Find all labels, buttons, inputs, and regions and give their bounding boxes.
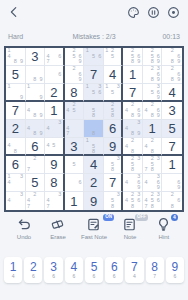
cell-r2c7[interactable]: 1: [123, 66, 143, 84]
cell-r1c2[interactable]: 3: [26, 48, 46, 66]
cell-value: 3: [169, 104, 176, 117]
cell-notes: 1356: [84, 84, 103, 100]
key-digit: 6: [111, 261, 118, 273]
cell-value: 8: [70, 86, 77, 99]
cell-notes: 125: [104, 48, 122, 65]
cell-notes: 47: [65, 120, 84, 137]
cell-notes: 48: [6, 138, 25, 154]
cell-r2c1[interactable]: 5: [6, 66, 26, 84]
cell-r5c7[interactable]: 3489: [123, 120, 143, 138]
cell-r5c3[interactable]: 34: [45, 120, 65, 138]
key-digit: 2: [30, 261, 37, 273]
numpad-key-9[interactable]: 96: [166, 257, 184, 283]
eraser-icon: [50, 217, 65, 232]
cell-r8c7[interactable]: 3469: [123, 174, 143, 192]
cell-value: 7: [12, 104, 19, 117]
hint-label: Hint: [159, 234, 170, 240]
key-remaining-count: 4: [133, 274, 136, 279]
cell-r6c5[interactable]: 158: [84, 138, 104, 156]
erase-button[interactable]: Erase: [47, 217, 69, 251]
fast-note-button[interactable]: ON Fast Note: [81, 217, 107, 251]
cell-r7c1[interactable]: 6: [6, 156, 26, 174]
key-remaining-count: 6: [173, 274, 176, 279]
key-digit: 4: [70, 261, 77, 273]
cell-r1c5[interactable]: 156: [84, 48, 104, 66]
cell-notes: 6: [45, 66, 63, 83]
cell-r1c8[interactable]: 25689: [143, 48, 163, 66]
key-remaining-count: 6: [32, 274, 35, 279]
cell-notes: 247: [26, 192, 45, 210]
cell-r3c7[interactable]: 7: [123, 84, 143, 102]
cell-notes: 269: [65, 66, 84, 83]
cell-value: 7: [109, 176, 116, 189]
cell-r6c3[interactable]: 45: [45, 138, 65, 156]
cell-notes: 3469: [123, 174, 142, 191]
cell-r9c1[interactable]: 34: [6, 192, 26, 210]
cell-notes: 135: [104, 84, 122, 100]
cell-r8c2[interactable]: 5: [26, 174, 46, 192]
cell-r2c9[interactable]: 2689: [162, 66, 182, 84]
toolbar: Undo Erase ON Fast Note OFF Note 4 Hint: [0, 217, 188, 251]
cell-value: 6: [31, 140, 38, 153]
cell-notes: 268: [162, 192, 182, 210]
cell-r3c6[interactable]: 135: [104, 84, 124, 102]
cell-value: 5: [12, 68, 19, 81]
fast-note-label: Fast Note: [81, 234, 107, 240]
key-remaining-count: 6: [72, 274, 75, 279]
cell-value: 6: [12, 158, 19, 171]
cell-r1c7[interactable]: 25689: [123, 48, 143, 66]
cell-value: 2: [50, 86, 57, 99]
fast-note-badge: ON: [103, 214, 114, 221]
cell-r4c4[interactable]: 245: [65, 102, 85, 120]
cell-notes: 58: [84, 102, 103, 119]
cell-notes: 27: [26, 156, 45, 173]
cell-r7c4[interactable]: 5: [65, 156, 85, 174]
cell-r5c1[interactable]: 2: [6, 120, 26, 138]
numpad-key-8[interactable]: 87: [146, 257, 164, 283]
cell-value: 1: [129, 68, 136, 81]
cell-notes: 23578: [143, 156, 162, 173]
cell-notes: 5: [65, 156, 84, 173]
cell-r2c2[interactable]: 89: [26, 66, 46, 84]
undo-label: Undo: [17, 234, 31, 240]
cell-notes: 34: [6, 192, 25, 210]
cell-r7c8[interactable]: 23578: [143, 156, 163, 174]
numpad-key-5[interactable]: 56: [85, 257, 103, 283]
cell-r7c7[interactable]: 2358: [123, 156, 143, 174]
cell-value: 7: [169, 140, 176, 153]
cell-r5c5[interactable]: 8: [84, 120, 104, 138]
cell-notes: 358: [104, 192, 122, 210]
cell-notes: 2358: [123, 156, 142, 173]
cell-notes: 234568: [123, 192, 142, 210]
cell-value: 7: [90, 68, 97, 81]
cell-r3c2[interactable]: 19: [26, 84, 46, 102]
cell-r1c1[interactable]: 1489: [6, 48, 26, 66]
key-digit: 9: [172, 261, 179, 273]
cell-r5c2[interactable]: 489: [26, 120, 46, 138]
cell-r9c5[interactable]: 9: [84, 192, 104, 210]
cell-notes: 24689: [143, 102, 162, 119]
cell-value: 9: [109, 140, 116, 153]
cell-r9c6[interactable]: 358: [104, 192, 124, 210]
numpad-key-4[interactable]: 46: [65, 257, 83, 283]
cell-notes: 3569: [143, 84, 162, 100]
cell-value: 8: [50, 176, 57, 189]
cell-notes: 467: [45, 48, 63, 65]
cell-value: 9: [50, 158, 57, 171]
number-pad: 142636465666748796: [4, 257, 184, 283]
cell-r1c9[interactable]: 2689: [162, 48, 182, 66]
chevron-left-icon: [7, 5, 21, 19]
cell-value: 3: [31, 50, 38, 63]
cell-r2c5[interactable]: 7: [84, 66, 104, 84]
cell-notes: 3469: [143, 174, 162, 191]
cell-notes: 2689: [162, 48, 182, 65]
cell-notes: 1489: [6, 48, 25, 65]
palette-icon: [127, 6, 140, 19]
cell-notes: 248: [143, 138, 162, 154]
cell-r2c6[interactable]: 4: [104, 66, 124, 84]
cell-r8c8[interactable]: 3469: [143, 174, 163, 192]
cell-notes: 25689: [143, 48, 162, 65]
key-digit: 5: [91, 261, 98, 273]
cell-r5c9[interactable]: 5: [162, 120, 182, 138]
cell-r9c9[interactable]: 268: [162, 192, 182, 210]
cell-r6c2[interactable]: 6: [26, 138, 46, 156]
cell-value: 2: [12, 122, 19, 135]
note-button[interactable]: OFF Note: [119, 217, 141, 251]
cell-r4c9[interactable]: 3: [162, 102, 182, 120]
cell-r2c3[interactable]: 6: [45, 66, 65, 84]
cell-r5c4[interactable]: 47: [65, 120, 85, 138]
cell-notes: 69: [162, 174, 182, 191]
cell-r7c5[interactable]: 4: [84, 156, 104, 174]
cell-value: 1: [149, 122, 156, 135]
cell-r5c8[interactable]: 1: [143, 120, 163, 138]
numpad-key-2[interactable]: 26: [24, 257, 42, 283]
note-badge: OFF: [135, 214, 148, 221]
cell-r3c3[interactable]: 2: [45, 84, 65, 102]
cell-r3c8[interactable]: 3569: [143, 84, 163, 102]
key-digit: 8: [151, 261, 158, 273]
cell-notes: 245: [65, 102, 84, 119]
cell-r4c6[interactable]: 258: [104, 102, 124, 120]
cell-r7c9[interactable]: 1: [162, 156, 182, 174]
cell-notes: 8: [84, 120, 103, 137]
cell-r6c9[interactable]: 7: [162, 138, 182, 156]
cell-notes: 358: [104, 156, 122, 173]
cell-r8c4[interactable]: 6: [65, 174, 85, 192]
cell-r8c3[interactable]: 8: [45, 174, 65, 192]
cell-r1c4[interactable]: 2569: [65, 48, 85, 66]
cell-r4c8[interactable]: 24689: [143, 102, 163, 120]
cell-notes: 45: [45, 138, 63, 154]
palette-button[interactable]: [127, 5, 140, 18]
key-remaining-count: 4: [12, 274, 15, 279]
cell-notes: 2345678: [143, 192, 162, 210]
cell-r3c5[interactable]: 1356: [84, 84, 104, 102]
key-remaining-count: 6: [52, 274, 55, 279]
top-bar: [0, 0, 188, 24]
cell-r2c8[interactable]: 23689: [143, 66, 163, 84]
cell-value: 1: [70, 195, 77, 208]
cell-value: 7: [129, 86, 136, 99]
hint-button[interactable]: 4 Hint: [153, 217, 175, 251]
cell-r5c6[interactable]: 6: [104, 120, 124, 138]
key-digit: 7: [131, 261, 138, 273]
note-pencil-icon: [86, 217, 101, 232]
cell-value: 5: [169, 122, 176, 135]
cell-notes: 24689: [123, 102, 142, 119]
cell-value: 9: [90, 195, 97, 208]
cell-r7c3[interactable]: 9: [45, 156, 65, 174]
cell-r9c7[interactable]: 234568: [123, 192, 143, 210]
cell-r2c4[interactable]: 269: [65, 66, 85, 84]
cell-value: 5: [31, 176, 38, 189]
key-remaining-count: 6: [113, 274, 116, 279]
cell-notes: 23689: [143, 66, 162, 83]
cell-value: 2: [90, 176, 97, 189]
back-button[interactable]: [7, 5, 21, 19]
cell-r4c2[interactable]: 489: [26, 102, 46, 120]
cell-value: 3: [70, 140, 77, 153]
pause-icon: [147, 6, 160, 19]
cell-notes: 248: [123, 138, 142, 154]
key-digit: 3: [50, 261, 57, 273]
cell-r1c6[interactable]: 125: [104, 48, 124, 66]
status-row: Hard Mistakes : 2/3 00:13: [8, 31, 180, 41]
cell-r8c1[interactable]: 134: [6, 174, 26, 192]
cell-r4c7[interactable]: 24689: [123, 102, 143, 120]
pause-button[interactable]: [147, 5, 160, 18]
cell-notes: 158: [84, 138, 103, 154]
cell-notes: 489: [26, 102, 45, 119]
cell-r8c6[interactable]: 7: [104, 174, 124, 192]
lightbulb-icon: [156, 217, 171, 232]
cell-value: 4: [169, 86, 176, 99]
cell-notes: 25689: [123, 48, 142, 65]
cell-value: 6: [109, 122, 116, 135]
cell-r6c6[interactable]: 9: [104, 138, 124, 156]
cell-r4c3[interactable]: 1: [45, 102, 65, 120]
cell-notes: 134: [6, 174, 25, 191]
undo-icon: [17, 217, 32, 232]
cell-r6c1[interactable]: 48: [6, 138, 26, 156]
cell-r3c9[interactable]: 4: [162, 84, 182, 102]
cell-r9c2[interactable]: 247: [26, 192, 46, 210]
numpad-key-3[interactable]: 36: [44, 257, 62, 283]
key-remaining-count: 7: [153, 274, 156, 279]
cell-r4c1[interactable]: 7: [6, 102, 26, 120]
cell-r4c5[interactable]: 58: [84, 102, 104, 120]
cell-r7c6[interactable]: 358: [104, 156, 124, 174]
cell-r1c3[interactable]: 467: [45, 48, 65, 66]
cell-r9c4[interactable]: 1: [65, 192, 85, 210]
cell-r9c8[interactable]: 2345678: [143, 192, 163, 210]
cell-notes: 6: [65, 174, 84, 191]
cell-value: 4: [90, 158, 97, 171]
cell-value: 1: [50, 104, 57, 117]
cell-notes: 489: [26, 120, 45, 137]
cell-r8c9[interactable]: 69: [162, 174, 182, 192]
cell-value: 1: [169, 158, 176, 171]
sudoku-board: 1489346725691561252568925689268958962697…: [4, 46, 184, 212]
cell-notes: 2569: [65, 48, 84, 65]
cell-r7c2[interactable]: 27: [26, 156, 46, 174]
cell-notes: 258: [104, 102, 122, 119]
numpad-key-6[interactable]: 66: [105, 257, 123, 283]
numpad-key-7[interactable]: 74: [125, 257, 143, 283]
erase-label: Erase: [50, 234, 66, 240]
cell-notes: 34: [45, 120, 63, 137]
mistakes-label: Mistakes : 2/3: [8, 33, 180, 40]
cell-notes: 19: [26, 84, 45, 100]
cell-r6c8[interactable]: 248: [143, 138, 163, 156]
hint-badge: 4: [171, 214, 178, 221]
cell-notes: 19: [6, 84, 25, 100]
cell-r8c5[interactable]: 2: [84, 174, 104, 192]
cell-notes: 3489: [123, 120, 142, 137]
cell-notes: 347: [45, 192, 63, 210]
cell-r9c3[interactable]: 347: [45, 192, 65, 210]
record-button[interactable]: [167, 5, 180, 18]
cell-notes: 2689: [162, 66, 182, 83]
cell-notes: 89: [26, 66, 45, 83]
undo-button[interactable]: Undo: [13, 217, 35, 251]
key-digit: 1: [10, 261, 17, 273]
cell-value: 4: [109, 68, 116, 81]
cell-r6c4[interactable]: 3: [65, 138, 85, 156]
key-remaining-count: 6: [93, 274, 96, 279]
cell-r3c1[interactable]: 19: [6, 84, 26, 102]
note-label: Note: [124, 234, 137, 240]
record-icon: [167, 6, 180, 19]
cell-r6c7[interactable]: 248: [123, 138, 143, 156]
cell-r3c4[interactable]: 8: [65, 84, 85, 102]
numpad-key-1[interactable]: 14: [4, 257, 22, 283]
cell-notes: 156: [84, 48, 103, 65]
